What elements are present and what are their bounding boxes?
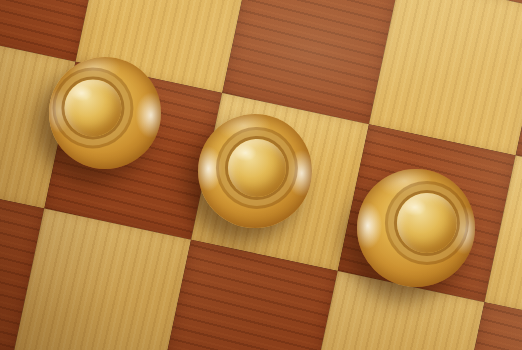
- pawn-top-disc: [64, 79, 121, 136]
- white-pawn: [49, 57, 161, 169]
- pawn-top-disc: [228, 139, 286, 197]
- pawn-top-disc: [397, 193, 457, 253]
- chessboard-photo: [0, 0, 522, 350]
- white-pawn: [198, 114, 312, 228]
- white-pawn: [357, 169, 475, 287]
